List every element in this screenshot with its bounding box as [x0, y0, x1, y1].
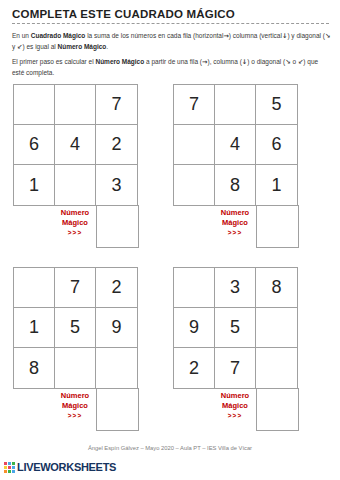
square3-cell-r1c3-given: 2 [96, 268, 137, 308]
chevrons-icon: >>> [54, 228, 96, 238]
square-4-grid: 389527 [173, 267, 298, 389]
label-magico: Mágico [54, 401, 96, 411]
square3-cell-r2c2-given: 5 [55, 308, 96, 348]
chevrons-icon: >>> [54, 411, 96, 421]
square1-cell-r1c3-given: 7 [96, 85, 137, 125]
square2-cell-r1c2-empty [215, 85, 256, 125]
square3-cell-r1c1-empty [14, 268, 55, 308]
square4-cell-r1c2-given: 3 [215, 268, 256, 308]
magic-square-block-3: 721598 Número Mágico >>> [13, 267, 139, 435]
magic-square-block-2: 754681 Número Mágico >>> [173, 84, 299, 252]
brand-text: LIVEWORKSHEETS [17, 461, 116, 473]
liveworksheets-logo[interactable]: LIVEWORKSHEETS [4, 461, 116, 473]
square2-cell-r1c3-given: 5 [256, 85, 297, 125]
magic-square-block-4: 389527 Número Mágico >>> [173, 267, 299, 435]
label-magico: Mágico [214, 401, 256, 411]
magic-number-label-4: Número Mágico >>> [214, 391, 256, 421]
square-2-grid: 754681 [173, 84, 298, 206]
square4-cell-r3c2-given: 7 [215, 348, 256, 388]
square2-cell-r2c2-given: 4 [215, 125, 256, 165]
square-1-grid: 764213 [13, 84, 138, 206]
square4-cell-r1c3-given: 8 [256, 268, 297, 308]
square4-cell-r3c3-empty [256, 348, 297, 388]
label-numero: Número [54, 208, 96, 218]
square2-cell-r3c2-given: 8 [215, 165, 256, 205]
page-title: COMPLETA ESTE CUADRADO MÁGICO [12, 8, 332, 20]
magic-number-label-1: Número Mágico >>> [54, 208, 96, 238]
square3-cell-r3c1-given: 8 [14, 348, 55, 388]
square4-cell-r3c1-given: 2 [174, 348, 215, 388]
square-3-grid: 721598 [13, 267, 138, 389]
square2-cell-r1c1-given: 7 [174, 85, 215, 125]
square1-cell-r2c1-given: 6 [14, 125, 55, 165]
magic-square-block-1: 764213 Número Mágico >>> [13, 84, 139, 252]
magic-number-input-2[interactable] [256, 205, 299, 248]
label-numero: Número [214, 391, 256, 401]
square1-cell-r3c3-given: 3 [96, 165, 137, 205]
square4-cell-r2c1-given: 9 [174, 308, 215, 348]
square3-cell-r2c3-given: 9 [96, 308, 137, 348]
liveworksheets-grid-icon [4, 462, 15, 473]
square1-cell-r3c1-given: 1 [14, 165, 55, 205]
magic-number-input-4[interactable] [256, 388, 299, 431]
instruction-paragraph-2: El primer paso es calcular el Número Mág… [12, 57, 334, 77]
square3-cell-r3c2-empty [55, 348, 96, 388]
square2-cell-r3c1-empty [174, 165, 215, 205]
square2-cell-r2c3-given: 6 [256, 125, 297, 165]
square4-cell-r2c2-given: 5 [215, 308, 256, 348]
square1-cell-r2c3-given: 2 [96, 125, 137, 165]
square3-cell-r1c2-given: 7 [55, 268, 96, 308]
square1-cell-r3c2-empty [55, 165, 96, 205]
chevrons-icon: >>> [214, 228, 256, 238]
square3-cell-r2c1-given: 1 [14, 308, 55, 348]
square1-cell-r2c2-given: 4 [55, 125, 96, 165]
square4-cell-r1c1-empty [174, 268, 215, 308]
magic-number-label-3: Número Mágico >>> [54, 391, 96, 421]
label-numero: Número [214, 208, 256, 218]
square4-cell-r2c3-empty [256, 308, 297, 348]
square1-cell-r1c2-empty [55, 85, 96, 125]
direction-arrow-icon: ↘ [325, 32, 330, 40]
instruction-paragraph-1: En un Cuadrado Mágico la suma de los núm… [12, 31, 334, 52]
square2-cell-r2c1-empty [174, 125, 215, 165]
square3-cell-r3c3-empty [96, 348, 137, 388]
magic-number-input-3[interactable] [96, 388, 139, 431]
square1-cell-r1c1-empty [14, 85, 55, 125]
label-numero: Número [54, 391, 96, 401]
instructions: En un Cuadrado Mágico la suma de los núm… [12, 31, 334, 82]
chevrons-icon: >>> [214, 411, 256, 421]
magic-number-label-2: Número Mágico >>> [214, 208, 256, 238]
square2-cell-r3c3-given: 1 [256, 165, 297, 205]
label-magico: Mágico [54, 218, 96, 228]
author-credit: Ángel Espín Gálvez – Mayo 2020 – Aula PT… [0, 445, 340, 451]
magic-number-input-1[interactable] [96, 205, 139, 248]
label-magico: Mágico [214, 218, 256, 228]
title-divider [12, 23, 329, 24]
